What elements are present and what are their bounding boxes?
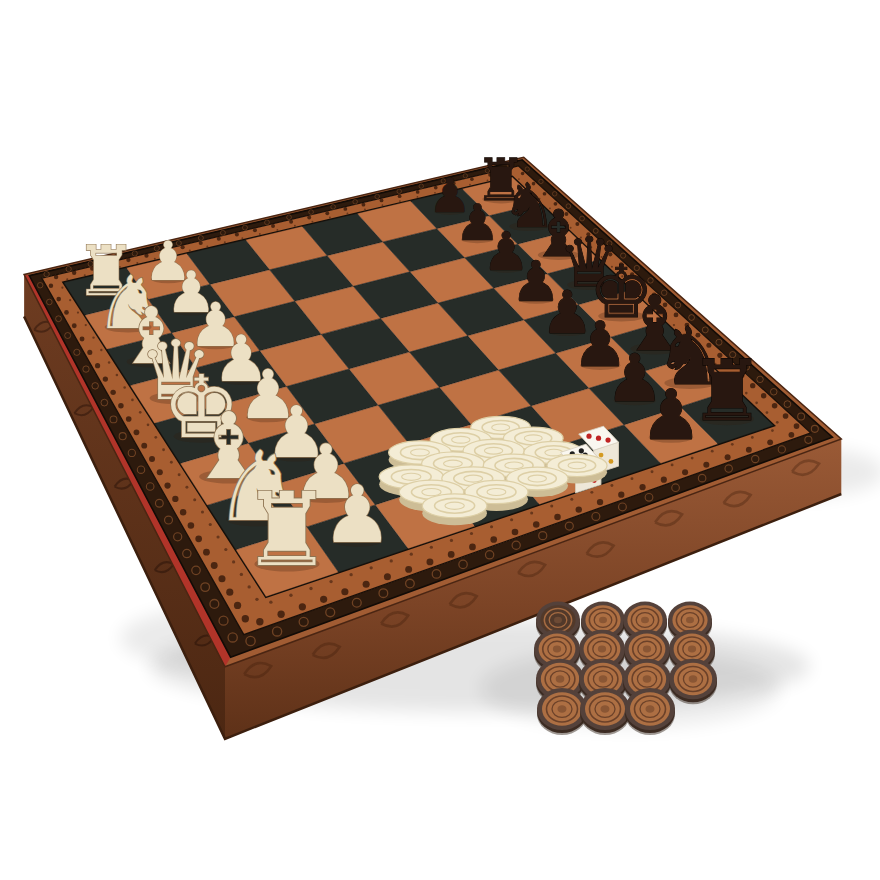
dot-stamp (311, 221, 313, 223)
fan-stamp (767, 439, 773, 445)
dot-stamp (259, 233, 261, 235)
fan-stamp (217, 237, 221, 241)
dot-stamp (470, 532, 473, 535)
fan-stamp (218, 575, 225, 582)
fan-stamp (384, 573, 391, 580)
dot-stamp (364, 208, 366, 210)
fan-stamp (172, 496, 178, 502)
fan-stamp (188, 522, 195, 529)
fan-stamp (307, 215, 311, 219)
fan-stamp (277, 611, 284, 618)
dot-stamp (255, 598, 258, 601)
fan-stamp (134, 429, 140, 435)
dot-stamp (530, 511, 533, 514)
photo-stage: ♜♟♞♟♝♟♟♛♜♟♟♚♞♟♟♝♝♟♟♞♛♟♟♜♚♟♟♝♟♞♟♜ (0, 0, 880, 880)
dot-stamp (399, 200, 401, 202)
fan-stamp (149, 456, 155, 462)
fan-stamp (157, 469, 163, 475)
dot-stamp (178, 473, 181, 476)
die-pip (605, 437, 610, 442)
dot-stamp (241, 237, 243, 239)
fan-stamp (226, 589, 233, 596)
fan-stamp (256, 618, 263, 625)
dot-stamp (66, 278, 68, 280)
die-pip (596, 436, 601, 441)
dot-stamp (631, 477, 634, 480)
dot-stamp (123, 386, 126, 389)
fan-stamp (661, 477, 667, 483)
fan-stamp (448, 551, 455, 558)
fan-stamp (789, 432, 795, 438)
piece-white-rook-h1[interactable]: ♜ (241, 470, 332, 589)
fan-stamp (703, 462, 709, 468)
fan-stamp (118, 403, 124, 409)
fan-stamp (234, 602, 241, 609)
fan-stamp (597, 499, 603, 505)
white-checker-disc[interactable] (422, 494, 487, 518)
dot-stamp (294, 225, 296, 227)
fan-stamp (164, 482, 170, 488)
chess-set-scene: ♜♟♞♟♝♟♟♛♜♟♟♚♞♟♟♝♝♟♟♞♛♟♟♜♚♟♟♝♟♞♟♜ (0, 0, 880, 880)
dot-stamp (550, 505, 553, 508)
dot-stamp (108, 361, 110, 363)
dot-stamp (766, 411, 769, 414)
dot-stamp (209, 523, 212, 526)
fan-stamp (195, 536, 202, 543)
dot-stamp (224, 241, 226, 243)
fan-stamp (533, 521, 540, 528)
dot-stamp (370, 566, 373, 569)
fan-stamp (343, 207, 347, 211)
fan-stamp (725, 454, 731, 460)
fan-stamp (56, 297, 61, 302)
fan-stamp (271, 224, 275, 228)
fan-stamp (639, 484, 645, 490)
fan-stamp (341, 588, 348, 595)
dot-stamp (329, 217, 331, 219)
fan-stamp (783, 413, 789, 419)
fan-stamp (682, 469, 688, 475)
fan-stamp (380, 199, 384, 203)
piece-black-pawn-h7[interactable]: ♟ (640, 375, 702, 455)
fan-stamp (490, 536, 497, 543)
dot-stamp (691, 457, 694, 460)
fan-stamp (54, 275, 58, 279)
dot-stamp (731, 443, 734, 446)
dot-stamp (289, 594, 292, 597)
dot-stamp (410, 553, 413, 556)
dot-stamp (349, 573, 352, 576)
dot-stamp (147, 423, 150, 426)
fan-stamp (110, 390, 115, 395)
fan-stamp (199, 241, 203, 245)
fan-stamp (405, 566, 412, 573)
fan-stamp (180, 509, 186, 515)
dot-stamp (671, 463, 674, 466)
fan-stamp (469, 544, 476, 551)
fan-stamp (242, 615, 249, 622)
fan-stamp (235, 232, 239, 236)
dot-stamp (651, 470, 654, 473)
fan-stamp (49, 284, 54, 289)
dot-stamp (201, 511, 204, 514)
fan-stamp (126, 416, 132, 422)
fan-stamp (325, 211, 329, 215)
fan-stamp (253, 228, 257, 232)
fan-stamp (203, 549, 210, 556)
dot-stamp (85, 324, 87, 326)
die-pip (579, 448, 584, 453)
fan-stamp (363, 581, 370, 588)
dot-stamp (170, 461, 173, 464)
dot-stamp (490, 525, 493, 528)
dot-stamp (61, 287, 63, 289)
dot-stamp (206, 245, 208, 247)
die-pip (609, 459, 614, 464)
fan-stamp (95, 363, 100, 368)
dot-stamp (417, 196, 419, 198)
dot-stamp (590, 491, 593, 494)
fan-stamp (576, 506, 582, 512)
fan-stamp (299, 603, 306, 610)
dot-stamp (347, 213, 349, 215)
dot-stamp (154, 436, 157, 439)
dot-stamp (224, 548, 227, 551)
dot-stamp (711, 450, 714, 453)
dot-stamp (570, 498, 573, 501)
dot-stamp (77, 311, 79, 313)
dot-stamp (69, 299, 71, 301)
fan-stamp (87, 350, 92, 355)
fan-stamp (72, 323, 77, 328)
dot-stamp (430, 546, 433, 549)
fan-stamp (746, 447, 752, 453)
fan-stamp (398, 194, 402, 198)
fan-stamp (320, 596, 327, 603)
dot-stamp (131, 399, 134, 402)
die-pip (599, 453, 604, 458)
dot-stamp (232, 560, 235, 563)
die-pip (586, 434, 591, 439)
fan-stamp (103, 376, 108, 381)
fan-stamp (80, 337, 85, 342)
dot-stamp (771, 429, 774, 432)
fan-stamp (794, 423, 800, 429)
fan-stamp (141, 443, 147, 449)
fan-stamp (618, 491, 624, 497)
fan-stamp (64, 310, 69, 315)
fan-stamp (211, 562, 218, 569)
dot-stamp (276, 229, 278, 231)
fan-stamp (426, 558, 433, 565)
fan-stamp (289, 220, 293, 224)
dot-stamp (92, 336, 94, 338)
fan-stamp (554, 514, 560, 520)
fan-stamp (362, 203, 366, 207)
fan-stamp (772, 403, 778, 409)
dot-stamp (269, 600, 272, 603)
fan-stamp (416, 190, 420, 194)
dot-stamp (382, 204, 384, 206)
dot-stamp (776, 421, 779, 424)
fan-stamp (512, 529, 519, 536)
dot-stamp (610, 484, 613, 487)
dot-stamp (100, 349, 102, 351)
dot-stamp (510, 518, 513, 521)
dot-stamp (450, 539, 453, 542)
